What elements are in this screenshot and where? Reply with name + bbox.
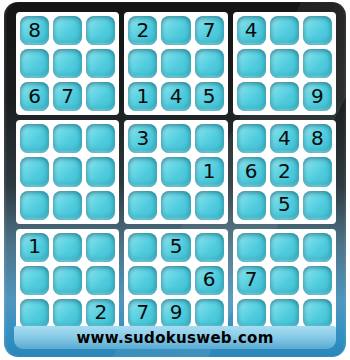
cell-given-digit: 3	[137, 128, 150, 148]
cell-r6c3[interactable]	[86, 191, 115, 220]
cell-r1c1[interactable]: 8	[20, 16, 49, 45]
block-bottom-center: 5679	[124, 229, 227, 332]
block-bottom-right: 7	[233, 229, 336, 332]
cell-r9c8[interactable]	[270, 299, 299, 328]
cell-given-digit: 6	[203, 269, 216, 289]
cell-given-digit: 4	[170, 86, 183, 106]
cell-r3c5[interactable]: 4	[161, 82, 190, 111]
cell-r1c6[interactable]: 7	[195, 16, 224, 45]
cell-r4c1[interactable]	[20, 124, 49, 153]
block-top-right: 49	[233, 12, 336, 115]
cell-r2c6[interactable]	[195, 49, 224, 78]
cell-r2c7[interactable]	[237, 49, 266, 78]
cell-r5c7[interactable]: 6	[237, 157, 266, 186]
cell-r8c5[interactable]	[161, 266, 190, 295]
board-frame: 867 27145 49 31 48625 12 5679 7 www.sudo…	[4, 2, 346, 357]
cell-r9c7[interactable]	[237, 299, 266, 328]
cell-given-digit: 5	[278, 194, 291, 214]
cell-r5c2[interactable]	[53, 157, 82, 186]
cell-r1c2[interactable]	[53, 16, 82, 45]
cell-given-digit: 7	[61, 86, 74, 106]
block-top-center: 27145	[124, 12, 227, 115]
cell-r6c1[interactable]	[20, 191, 49, 220]
cell-r2c3[interactable]	[86, 49, 115, 78]
cell-given-digit: 7	[203, 20, 216, 40]
cell-r7c8[interactable]	[270, 233, 299, 262]
cell-given-digit: 5	[203, 86, 216, 106]
cell-r5c5[interactable]	[161, 157, 190, 186]
cell-r5c9[interactable]	[303, 157, 332, 186]
cell-r3c9[interactable]: 9	[303, 82, 332, 111]
cell-r7c9[interactable]	[303, 233, 332, 262]
cell-r4c8[interactable]: 4	[270, 124, 299, 153]
cell-r7c2[interactable]	[53, 233, 82, 262]
cell-given-digit: 8	[28, 20, 41, 40]
cell-given-digit: 1	[137, 86, 150, 106]
cell-r6c9[interactable]	[303, 191, 332, 220]
cell-r5c8[interactable]: 2	[270, 157, 299, 186]
cell-r4c9[interactable]: 8	[303, 124, 332, 153]
cell-given-digit: 9	[170, 302, 183, 322]
cell-given-digit: 5	[170, 236, 183, 256]
cell-r7c4[interactable]	[128, 233, 157, 262]
cell-r1c3[interactable]	[86, 16, 115, 45]
block-middle-left	[16, 120, 119, 223]
cell-r8c3[interactable]	[86, 266, 115, 295]
cell-r3c4[interactable]: 1	[128, 82, 157, 111]
cell-r7c1[interactable]: 1	[20, 233, 49, 262]
cell-given-digit: 2	[94, 302, 107, 322]
cell-r9c6[interactable]	[195, 299, 224, 328]
cell-r6c5[interactable]	[161, 191, 190, 220]
block-top-left: 867	[16, 12, 119, 115]
cell-r6c7[interactable]	[237, 191, 266, 220]
footer-banner: www.sudokusweb.com	[14, 326, 336, 349]
cell-r9c5[interactable]: 9	[161, 299, 190, 328]
site-link[interactable]: www.sudokusweb.com	[76, 329, 273, 347]
cell-r2c8[interactable]	[270, 49, 299, 78]
cell-r3c3[interactable]	[86, 82, 115, 111]
cell-r2c4[interactable]	[128, 49, 157, 78]
block-middle-center: 31	[124, 120, 227, 223]
block-bottom-left: 12	[16, 229, 119, 332]
cell-given-digit: 1	[28, 236, 41, 256]
cell-r2c1[interactable]	[20, 49, 49, 78]
cell-r9c4[interactable]: 7	[128, 299, 157, 328]
cell-r2c9[interactable]	[303, 49, 332, 78]
cell-r8c7[interactable]: 7	[237, 266, 266, 295]
cell-r5c6[interactable]: 1	[195, 157, 224, 186]
cell-r3c2[interactable]: 7	[53, 82, 82, 111]
cell-r5c4[interactable]	[128, 157, 157, 186]
cell-r3c7[interactable]	[237, 82, 266, 111]
cell-r1c4[interactable]: 2	[128, 16, 157, 45]
cell-given-digit: 6	[245, 161, 258, 181]
cell-r2c5[interactable]	[161, 49, 190, 78]
cell-given-digit: 6	[28, 86, 41, 106]
cell-r1c5[interactable]	[161, 16, 190, 45]
cell-r3c8[interactable]	[270, 82, 299, 111]
cell-given-digit: 8	[311, 128, 324, 148]
cell-r3c6[interactable]: 5	[195, 82, 224, 111]
cell-r4c2[interactable]	[53, 124, 82, 153]
cell-given-digit: 4	[278, 128, 291, 148]
cell-r4c6[interactable]	[195, 124, 224, 153]
cell-given-digit: 1	[203, 161, 216, 181]
cell-r4c4[interactable]: 3	[128, 124, 157, 153]
cell-r7c5[interactable]: 5	[161, 233, 190, 262]
cell-r9c1[interactable]	[20, 299, 49, 328]
cell-r8c1[interactable]	[20, 266, 49, 295]
cell-r5c1[interactable]	[20, 157, 49, 186]
cell-r7c6[interactable]	[195, 233, 224, 262]
cell-r8c2[interactable]	[53, 266, 82, 295]
cell-r6c6[interactable]	[195, 191, 224, 220]
block-middle-right: 48625	[233, 120, 336, 223]
cell-r1c9[interactable]	[303, 16, 332, 45]
cell-given-digit: 4	[245, 20, 258, 40]
cell-r6c8[interactable]: 5	[270, 191, 299, 220]
cell-r4c3[interactable]	[86, 124, 115, 153]
cell-r8c4[interactable]	[128, 266, 157, 295]
cell-r5c3[interactable]	[86, 157, 115, 186]
cell-given-digit: 2	[137, 20, 150, 40]
cell-r1c7[interactable]: 4	[237, 16, 266, 45]
cell-r9c3[interactable]: 2	[86, 299, 115, 328]
cell-r8c8[interactable]	[270, 266, 299, 295]
cell-r9c9[interactable]	[303, 299, 332, 328]
cell-r2c2[interactable]	[53, 49, 82, 78]
cell-given-digit: 7	[245, 269, 258, 289]
cell-r4c7[interactable]	[237, 124, 266, 153]
cell-given-digit: 9	[311, 86, 324, 106]
cell-r6c2[interactable]	[53, 191, 82, 220]
cell-r8c9[interactable]	[303, 266, 332, 295]
cell-r3c1[interactable]: 6	[20, 82, 49, 111]
cell-r4c5[interactable]	[161, 124, 190, 153]
cell-r1c8[interactable]	[270, 16, 299, 45]
cell-r9c2[interactable]	[53, 299, 82, 328]
cell-r6c4[interactable]	[128, 191, 157, 220]
cell-r8c6[interactable]: 6	[195, 266, 224, 295]
cell-r7c7[interactable]	[237, 233, 266, 262]
sudoku-board: 867 27145 49 31 48625 12 5679 7	[16, 12, 336, 332]
cell-given-digit: 2	[278, 161, 291, 181]
cell-r7c3[interactable]	[86, 233, 115, 262]
cell-given-digit: 7	[137, 302, 150, 322]
